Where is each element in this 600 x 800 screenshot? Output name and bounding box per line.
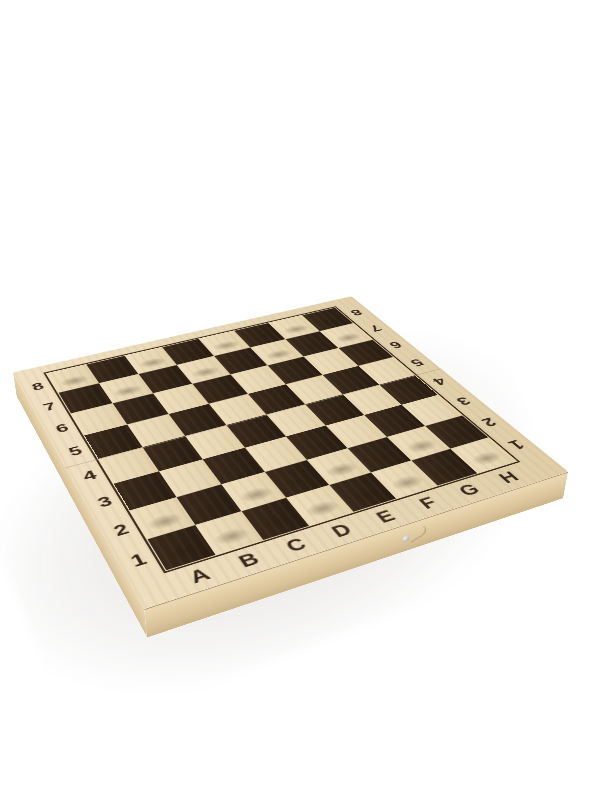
black-pawn[interactable]: ♟: [49, 323, 122, 405]
rank-label-left: 6: [43, 414, 82, 443]
white-rook[interactable]: ♜: [129, 438, 235, 556]
clasp-hook: [407, 524, 425, 542]
photo-scene: ♜♞♝♛♚♝♞♜♟♟♟♟♟♟♟♟♟♟♟♟♟♟♟♟♜♞♝♛♚♝♞♜ 8765432…: [0, 0, 600, 800]
